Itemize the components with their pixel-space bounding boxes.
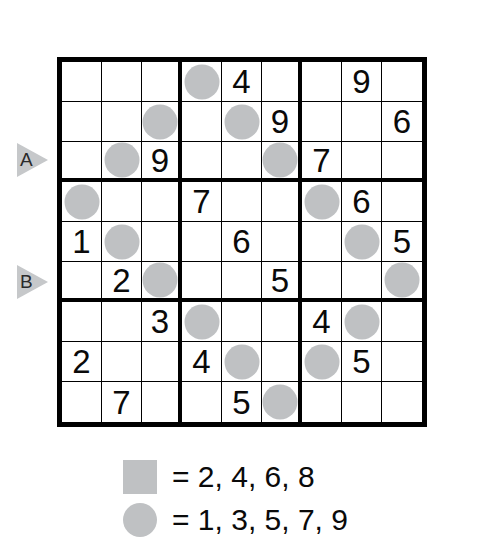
cell-r3c9[interactable] [382,142,422,182]
cell-r5c1[interactable]: 1 [62,222,102,262]
cell-r7c2[interactable] [102,302,142,342]
cell-r7c3[interactable]: 3 [142,302,182,342]
cell-r4c3[interactable] [142,182,182,222]
even-square-icon [123,460,157,494]
cell-r7c7[interactable]: 4 [302,302,342,342]
cell-r5c7[interactable] [302,222,342,262]
cell-r2c5[interactable] [222,102,262,142]
row-marker-a-label: A [20,150,33,169]
legend-even-row: = 2, 4, 6, 8 [123,460,348,494]
odd-circle-icon [184,64,219,99]
cell-r5c9[interactable]: 5 [382,222,422,262]
cell-r4c5[interactable] [222,182,262,222]
odd-circle-icon [104,224,139,259]
cell-r9c3[interactable] [142,382,182,422]
given-digit: 5 [232,386,250,419]
given-digit: 9 [271,105,289,138]
given-digit: 7 [112,386,130,419]
cell-r8c5[interactable] [222,342,262,382]
given-digit: 4 [232,65,250,98]
cell-r1c6[interactable] [262,62,302,102]
legend-odd-text: = 1, 3, 5, 7, 9 [172,503,348,537]
row-marker-b-label: B [20,272,33,291]
cell-r3c3[interactable]: 9 [142,142,182,182]
cell-r2c9[interactable]: 6 [382,102,422,142]
cell-r3c7[interactable]: 7 [302,142,342,182]
cell-r8c2[interactable] [102,342,142,382]
cell-r1c4[interactable] [182,62,222,102]
odd-circle-icon [344,304,379,339]
odd-circle-icon [304,184,339,219]
cell-r8c4[interactable]: 4 [182,342,222,382]
puzzle-page: A B 49969776165253424575 = 2, 4, 6, 8 = … [0,0,487,556]
given-digit: 5 [352,345,370,378]
given-digit: 3 [151,305,169,338]
cell-r5c5[interactable]: 6 [222,222,262,262]
cell-r9c1[interactable] [62,382,102,422]
cell-r4c9[interactable] [382,182,422,222]
given-digit: 2 [72,345,90,378]
cell-r6c2[interactable]: 2 [102,262,142,302]
odd-circle-icon [143,104,178,139]
cell-r5c2[interactable] [102,222,142,262]
cell-r9c6[interactable] [262,382,302,422]
cell-r6c3[interactable] [142,262,182,302]
cell-r7c5[interactable] [222,302,262,342]
cell-r9c7[interactable] [302,382,342,422]
cell-r7c8[interactable] [342,302,382,342]
given-digit: 5 [393,225,411,258]
cell-r6c5[interactable] [222,262,262,302]
cell-r2c6[interactable]: 9 [262,102,302,142]
cell-r5c6[interactable] [262,222,302,262]
cell-r1c3[interactable] [142,62,182,102]
given-digit: 1 [72,225,90,258]
cell-r6c1[interactable] [62,262,102,302]
odd-circle-icon [224,104,259,139]
given-digit: 9 [352,65,370,98]
cell-r2c3[interactable] [142,102,182,142]
odd-circle-icon [263,385,298,420]
cell-r1c8[interactable]: 9 [342,62,382,102]
cell-r3c1[interactable] [62,142,102,182]
given-digit: 6 [393,105,411,138]
odd-circle-icon [304,344,339,379]
legend: = 2, 4, 6, 8 = 1, 3, 5, 7, 9 [123,460,348,546]
cell-r1c5[interactable]: 4 [222,62,262,102]
cell-r1c7[interactable] [302,62,342,102]
odd-circle-icon [123,503,157,537]
cell-r9c8[interactable] [342,382,382,422]
given-digit: 5 [271,264,289,297]
cell-r4c4[interactable]: 7 [182,182,222,222]
cell-r1c9[interactable] [382,62,422,102]
cell-r7c9[interactable] [382,302,422,342]
cell-r2c7[interactable] [302,102,342,142]
given-digit: 2 [112,264,130,297]
row-marker-b: B [17,265,48,299]
cell-r2c2[interactable] [102,102,142,142]
cell-r8c8[interactable]: 5 [342,342,382,382]
odd-circle-icon [263,143,298,178]
cell-r1c2[interactable] [102,62,142,102]
given-digit: 9 [151,144,169,177]
odd-circle-icon [64,184,99,219]
cell-r4c1[interactable] [62,182,102,222]
cell-r4c7[interactable] [302,182,342,222]
cell-r5c4[interactable] [182,222,222,262]
cell-r4c8[interactable]: 6 [342,182,382,222]
cell-r6c8[interactable] [342,262,382,302]
cell-r7c6[interactable] [262,302,302,342]
cell-r5c8[interactable] [342,222,382,262]
cell-r9c9[interactable] [382,382,422,422]
given-digit: 4 [192,345,210,378]
cell-r5c3[interactable] [142,222,182,262]
cell-r2c1[interactable] [62,102,102,142]
cell-r3c5[interactable] [222,142,262,182]
cell-r6c6[interactable]: 5 [262,262,302,302]
cell-r6c9[interactable] [382,262,422,302]
cell-r6c4[interactable] [182,262,222,302]
cell-r9c2[interactable]: 7 [102,382,142,422]
cell-r3c6[interactable] [262,142,302,182]
odd-circle-icon [344,224,379,259]
cell-r3c8[interactable] [342,142,382,182]
cell-r2c8[interactable] [342,102,382,142]
given-digit: 7 [312,144,330,177]
given-digit: 4 [312,305,330,338]
cell-r7c4[interactable] [182,302,222,342]
odd-circle-icon [385,263,420,298]
cell-r8c3[interactable] [142,342,182,382]
cell-r9c5[interactable]: 5 [222,382,262,422]
given-digit: 6 [232,225,250,258]
cell-r8c9[interactable] [382,342,422,382]
row-marker-a: A [17,143,48,177]
cell-r8c6[interactable] [262,342,302,382]
legend-odd-row: = 1, 3, 5, 7, 9 [123,503,348,537]
cell-r4c6[interactable] [262,182,302,222]
cell-r2c4[interactable] [182,102,222,142]
odd-circle-icon [143,263,178,298]
legend-even-text: = 2, 4, 6, 8 [172,460,315,494]
cell-r8c1[interactable]: 2 [62,342,102,382]
sudoku-board: 49969776165253424575 [57,57,427,427]
cell-r4c2[interactable] [102,182,142,222]
given-digit: 7 [192,185,210,218]
odd-circle-icon [104,143,139,178]
given-digit: 6 [352,185,370,218]
cell-r1c1[interactable] [62,62,102,102]
odd-circle-icon [224,344,259,379]
cell-r7c1[interactable] [62,302,102,342]
cell-r3c4[interactable] [182,142,222,182]
odd-circle-icon [184,304,219,339]
cell-r3c2[interactable] [102,142,142,182]
cell-r8c7[interactable] [302,342,342,382]
cell-r6c7[interactable] [302,262,342,302]
cell-r9c4[interactable] [182,382,222,422]
